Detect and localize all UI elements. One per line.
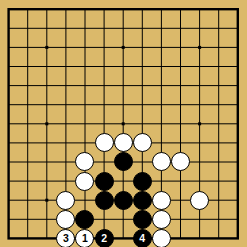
stone-black[interactable] (95, 172, 114, 191)
stone-white[interactable] (75, 152, 94, 171)
stone-white[interactable]: 3 (56, 229, 75, 247)
stone-black[interactable]: 4 (133, 229, 152, 247)
move-number-label: 4 (139, 233, 145, 244)
stone-black[interactable] (133, 191, 152, 210)
move-number-label: 1 (82, 233, 88, 244)
stone-black[interactable]: 2 (95, 229, 114, 247)
stone-white[interactable] (114, 133, 133, 152)
stone-white[interactable] (56, 191, 75, 210)
stone-white[interactable] (133, 133, 152, 152)
stone-white[interactable] (190, 191, 209, 210)
stone-white[interactable] (152, 229, 171, 247)
stone-white[interactable] (152, 152, 171, 171)
stone-black[interactable] (133, 172, 152, 191)
stone-black[interactable] (75, 210, 94, 229)
stone-white[interactable] (152, 191, 171, 210)
stone-white[interactable] (75, 172, 94, 191)
stone-black[interactable] (133, 210, 152, 229)
goban: 3124 (0, 0, 247, 247)
stone-black[interactable] (114, 191, 133, 210)
stone-white[interactable] (152, 210, 171, 229)
stone-black[interactable] (95, 191, 114, 210)
move-number-label: 3 (63, 233, 69, 244)
stone-black[interactable] (114, 152, 133, 171)
stones-layer: 3124 (0, 0, 247, 247)
stone-white[interactable] (171, 152, 190, 171)
stone-white[interactable] (56, 210, 75, 229)
stone-white[interactable]: 1 (75, 229, 94, 247)
stone-white[interactable] (95, 133, 114, 152)
move-number-label: 2 (101, 233, 107, 244)
